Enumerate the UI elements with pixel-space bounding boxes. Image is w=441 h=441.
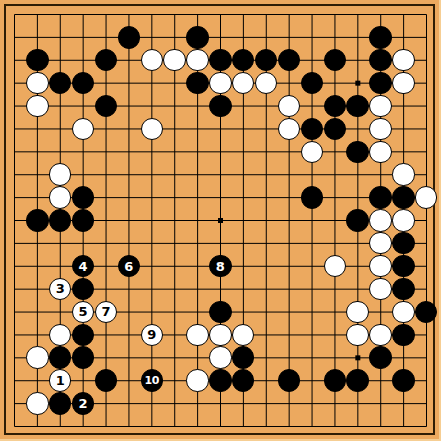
intersection-E4[interactable] bbox=[95, 346, 118, 369]
intersection-L6[interactable] bbox=[232, 300, 255, 323]
intersection-J10[interactable] bbox=[186, 209, 209, 232]
intersection-H4[interactable] bbox=[163, 346, 186, 369]
intersection-C3[interactable]: 1 bbox=[49, 369, 72, 392]
intersection-H1[interactable] bbox=[163, 415, 186, 438]
intersection-T2[interactable] bbox=[415, 392, 438, 415]
intersection-E3[interactable] bbox=[95, 369, 118, 392]
intersection-B3[interactable] bbox=[26, 369, 49, 392]
intersection-P13[interactable] bbox=[323, 140, 346, 163]
intersection-E17[interactable] bbox=[95, 49, 118, 72]
intersection-O14[interactable] bbox=[300, 117, 323, 140]
intersection-L10[interactable] bbox=[232, 209, 255, 232]
intersection-R7[interactable] bbox=[369, 278, 392, 301]
intersection-C9[interactable] bbox=[49, 232, 72, 255]
intersection-R19[interactable] bbox=[369, 3, 392, 26]
intersection-E1[interactable] bbox=[95, 415, 118, 438]
intersection-Q1[interactable] bbox=[346, 415, 369, 438]
intersection-J19[interactable] bbox=[186, 3, 209, 26]
intersection-S15[interactable] bbox=[392, 95, 415, 118]
intersection-R11[interactable] bbox=[369, 186, 392, 209]
intersection-C8[interactable] bbox=[49, 255, 72, 278]
intersection-O17[interactable] bbox=[300, 49, 323, 72]
intersection-S10[interactable] bbox=[392, 209, 415, 232]
intersection-J7[interactable] bbox=[186, 278, 209, 301]
intersection-B15[interactable] bbox=[26, 95, 49, 118]
intersection-K9[interactable] bbox=[209, 232, 232, 255]
intersection-A11[interactable] bbox=[3, 186, 26, 209]
intersection-D6[interactable]: 5 bbox=[72, 300, 95, 323]
intersection-E13[interactable] bbox=[95, 140, 118, 163]
intersection-C17[interactable] bbox=[49, 49, 72, 72]
intersection-C12[interactable] bbox=[49, 163, 72, 186]
intersection-G10[interactable] bbox=[140, 209, 163, 232]
intersection-D15[interactable] bbox=[72, 95, 95, 118]
intersection-Q9[interactable] bbox=[346, 232, 369, 255]
intersection-G14[interactable] bbox=[140, 117, 163, 140]
intersection-H8[interactable] bbox=[163, 255, 186, 278]
intersection-P8[interactable] bbox=[323, 255, 346, 278]
intersection-F6[interactable] bbox=[117, 300, 140, 323]
intersection-G6[interactable] bbox=[140, 300, 163, 323]
intersection-T10[interactable] bbox=[415, 209, 438, 232]
intersection-H5[interactable] bbox=[163, 323, 186, 346]
intersection-D7[interactable] bbox=[72, 278, 95, 301]
intersection-L9[interactable] bbox=[232, 232, 255, 255]
intersection-E18[interactable] bbox=[95, 26, 118, 49]
intersection-T18[interactable] bbox=[415, 26, 438, 49]
intersection-T1[interactable] bbox=[415, 415, 438, 438]
intersection-K3[interactable] bbox=[209, 369, 232, 392]
intersection-L5[interactable] bbox=[232, 323, 255, 346]
intersection-J11[interactable] bbox=[186, 186, 209, 209]
intersection-C7[interactable]: 3 bbox=[49, 278, 72, 301]
intersection-J6[interactable] bbox=[186, 300, 209, 323]
intersection-A4[interactable] bbox=[3, 346, 26, 369]
intersection-K10[interactable] bbox=[209, 209, 232, 232]
intersection-S14[interactable] bbox=[392, 117, 415, 140]
intersection-H11[interactable] bbox=[163, 186, 186, 209]
intersection-A9[interactable] bbox=[3, 232, 26, 255]
intersection-L11[interactable] bbox=[232, 186, 255, 209]
intersection-J15[interactable] bbox=[186, 95, 209, 118]
intersection-L18[interactable] bbox=[232, 26, 255, 49]
intersection-L8[interactable] bbox=[232, 255, 255, 278]
intersection-A2[interactable] bbox=[3, 392, 26, 415]
intersection-H6[interactable] bbox=[163, 300, 186, 323]
intersection-E8[interactable] bbox=[95, 255, 118, 278]
intersection-O5[interactable] bbox=[300, 323, 323, 346]
intersection-B1[interactable] bbox=[26, 415, 49, 438]
intersection-L13[interactable] bbox=[232, 140, 255, 163]
intersection-L14[interactable] bbox=[232, 117, 255, 140]
intersection-O10[interactable] bbox=[300, 209, 323, 232]
intersection-O13[interactable] bbox=[300, 140, 323, 163]
intersection-J9[interactable] bbox=[186, 232, 209, 255]
intersection-E5[interactable] bbox=[95, 323, 118, 346]
intersection-F10[interactable] bbox=[117, 209, 140, 232]
intersection-K5[interactable] bbox=[209, 323, 232, 346]
intersection-C14[interactable] bbox=[49, 117, 72, 140]
intersection-O8[interactable] bbox=[300, 255, 323, 278]
intersection-J16[interactable] bbox=[186, 72, 209, 95]
intersection-B17[interactable] bbox=[26, 49, 49, 72]
intersection-P5[interactable] bbox=[323, 323, 346, 346]
intersection-R13[interactable] bbox=[369, 140, 392, 163]
intersection-N7[interactable] bbox=[278, 278, 301, 301]
intersection-S3[interactable] bbox=[392, 369, 415, 392]
intersection-P1[interactable] bbox=[323, 415, 346, 438]
intersection-Q17[interactable] bbox=[346, 49, 369, 72]
intersection-K12[interactable] bbox=[209, 163, 232, 186]
intersection-B9[interactable] bbox=[26, 232, 49, 255]
intersection-F11[interactable] bbox=[117, 186, 140, 209]
intersection-B8[interactable] bbox=[26, 255, 49, 278]
intersection-S16[interactable] bbox=[392, 72, 415, 95]
intersection-T7[interactable] bbox=[415, 278, 438, 301]
intersection-G13[interactable] bbox=[140, 140, 163, 163]
intersection-B5[interactable] bbox=[26, 323, 49, 346]
intersection-A17[interactable] bbox=[3, 49, 26, 72]
intersection-H2[interactable] bbox=[163, 392, 186, 415]
intersection-Q11[interactable] bbox=[346, 186, 369, 209]
intersection-D13[interactable] bbox=[72, 140, 95, 163]
intersection-H10[interactable] bbox=[163, 209, 186, 232]
intersection-J18[interactable] bbox=[186, 26, 209, 49]
intersection-D14[interactable] bbox=[72, 117, 95, 140]
intersection-N4[interactable] bbox=[278, 346, 301, 369]
intersection-J8[interactable] bbox=[186, 255, 209, 278]
intersection-D17[interactable] bbox=[72, 49, 95, 72]
intersection-F9[interactable] bbox=[117, 232, 140, 255]
intersection-P2[interactable] bbox=[323, 392, 346, 415]
intersection-R3[interactable] bbox=[369, 369, 392, 392]
intersection-E2[interactable] bbox=[95, 392, 118, 415]
intersection-B13[interactable] bbox=[26, 140, 49, 163]
intersection-H3[interactable] bbox=[163, 369, 186, 392]
intersection-H9[interactable] bbox=[163, 232, 186, 255]
intersection-J5[interactable] bbox=[186, 323, 209, 346]
intersection-G4[interactable] bbox=[140, 346, 163, 369]
intersection-R2[interactable] bbox=[369, 392, 392, 415]
intersection-R8[interactable] bbox=[369, 255, 392, 278]
intersection-J1[interactable] bbox=[186, 415, 209, 438]
intersection-L7[interactable] bbox=[232, 278, 255, 301]
intersection-P9[interactable] bbox=[323, 232, 346, 255]
intersection-T17[interactable] bbox=[415, 49, 438, 72]
intersection-D4[interactable] bbox=[72, 346, 95, 369]
intersection-O1[interactable] bbox=[300, 415, 323, 438]
intersection-S4[interactable] bbox=[392, 346, 415, 369]
intersection-L12[interactable] bbox=[232, 163, 255, 186]
intersection-M8[interactable] bbox=[255, 255, 278, 278]
intersection-J14[interactable] bbox=[186, 117, 209, 140]
intersection-K2[interactable] bbox=[209, 392, 232, 415]
intersection-M10[interactable] bbox=[255, 209, 278, 232]
intersection-S12[interactable] bbox=[392, 163, 415, 186]
intersection-C4[interactable] bbox=[49, 346, 72, 369]
intersection-F5[interactable] bbox=[117, 323, 140, 346]
intersection-Q18[interactable] bbox=[346, 26, 369, 49]
intersection-Q16[interactable] bbox=[346, 72, 369, 95]
intersection-H12[interactable] bbox=[163, 163, 186, 186]
intersection-N17[interactable] bbox=[278, 49, 301, 72]
intersection-M18[interactable] bbox=[255, 26, 278, 49]
intersection-N5[interactable] bbox=[278, 323, 301, 346]
intersection-P11[interactable] bbox=[323, 186, 346, 209]
intersection-H13[interactable] bbox=[163, 140, 186, 163]
intersection-D10[interactable] bbox=[72, 209, 95, 232]
intersection-O19[interactable] bbox=[300, 3, 323, 26]
intersection-T3[interactable] bbox=[415, 369, 438, 392]
intersection-B7[interactable] bbox=[26, 278, 49, 301]
intersection-M6[interactable] bbox=[255, 300, 278, 323]
intersection-E16[interactable] bbox=[95, 72, 118, 95]
intersection-K8[interactable]: 8 bbox=[209, 255, 232, 278]
intersection-F12[interactable] bbox=[117, 163, 140, 186]
intersection-Q4[interactable] bbox=[346, 346, 369, 369]
intersection-A5[interactable] bbox=[3, 323, 26, 346]
intersection-D12[interactable] bbox=[72, 163, 95, 186]
intersection-K14[interactable] bbox=[209, 117, 232, 140]
intersection-K6[interactable] bbox=[209, 300, 232, 323]
intersection-O18[interactable] bbox=[300, 26, 323, 49]
intersection-C10[interactable] bbox=[49, 209, 72, 232]
intersection-A10[interactable] bbox=[3, 209, 26, 232]
intersection-K4[interactable] bbox=[209, 346, 232, 369]
intersection-M1[interactable] bbox=[255, 415, 278, 438]
intersection-C19[interactable] bbox=[49, 3, 72, 26]
intersection-T8[interactable] bbox=[415, 255, 438, 278]
intersection-K15[interactable] bbox=[209, 95, 232, 118]
intersection-M2[interactable] bbox=[255, 392, 278, 415]
intersection-N10[interactable] bbox=[278, 209, 301, 232]
intersection-M12[interactable] bbox=[255, 163, 278, 186]
intersection-G12[interactable] bbox=[140, 163, 163, 186]
intersection-T11[interactable] bbox=[415, 186, 438, 209]
intersection-P4[interactable] bbox=[323, 346, 346, 369]
intersection-O15[interactable] bbox=[300, 95, 323, 118]
intersection-O16[interactable] bbox=[300, 72, 323, 95]
intersection-F2[interactable] bbox=[117, 392, 140, 415]
intersection-L1[interactable] bbox=[232, 415, 255, 438]
intersection-L15[interactable] bbox=[232, 95, 255, 118]
intersection-R4[interactable] bbox=[369, 346, 392, 369]
intersection-S8[interactable] bbox=[392, 255, 415, 278]
intersection-L2[interactable] bbox=[232, 392, 255, 415]
intersection-G17[interactable] bbox=[140, 49, 163, 72]
intersection-Q14[interactable] bbox=[346, 117, 369, 140]
intersection-P18[interactable] bbox=[323, 26, 346, 49]
intersection-H7[interactable] bbox=[163, 278, 186, 301]
intersection-O3[interactable] bbox=[300, 369, 323, 392]
intersection-T5[interactable] bbox=[415, 323, 438, 346]
intersection-M5[interactable] bbox=[255, 323, 278, 346]
intersection-K16[interactable] bbox=[209, 72, 232, 95]
intersection-E10[interactable] bbox=[95, 209, 118, 232]
intersection-N19[interactable] bbox=[278, 3, 301, 26]
intersection-B14[interactable] bbox=[26, 117, 49, 140]
intersection-R16[interactable] bbox=[369, 72, 392, 95]
intersection-A8[interactable] bbox=[3, 255, 26, 278]
intersection-O12[interactable] bbox=[300, 163, 323, 186]
intersection-O4[interactable] bbox=[300, 346, 323, 369]
intersection-N14[interactable] bbox=[278, 117, 301, 140]
intersection-D8[interactable]: 4 bbox=[72, 255, 95, 278]
intersection-Q13[interactable] bbox=[346, 140, 369, 163]
intersection-G8[interactable] bbox=[140, 255, 163, 278]
intersection-D11[interactable] bbox=[72, 186, 95, 209]
intersection-G3[interactable]: 10 bbox=[140, 369, 163, 392]
intersection-T12[interactable] bbox=[415, 163, 438, 186]
intersection-O7[interactable] bbox=[300, 278, 323, 301]
intersection-T14[interactable] bbox=[415, 117, 438, 140]
intersection-B19[interactable] bbox=[26, 3, 49, 26]
intersection-H19[interactable] bbox=[163, 3, 186, 26]
intersection-S11[interactable] bbox=[392, 186, 415, 209]
intersection-S7[interactable] bbox=[392, 278, 415, 301]
intersection-S1[interactable] bbox=[392, 415, 415, 438]
intersection-A1[interactable] bbox=[3, 415, 26, 438]
intersection-T9[interactable] bbox=[415, 232, 438, 255]
intersection-F15[interactable] bbox=[117, 95, 140, 118]
intersection-R17[interactable] bbox=[369, 49, 392, 72]
intersection-D9[interactable] bbox=[72, 232, 95, 255]
intersection-B16[interactable] bbox=[26, 72, 49, 95]
intersection-T15[interactable] bbox=[415, 95, 438, 118]
intersection-R12[interactable] bbox=[369, 163, 392, 186]
intersection-M11[interactable] bbox=[255, 186, 278, 209]
intersection-A16[interactable] bbox=[3, 72, 26, 95]
intersection-F19[interactable] bbox=[117, 3, 140, 26]
intersection-G7[interactable] bbox=[140, 278, 163, 301]
intersection-J17[interactable] bbox=[186, 49, 209, 72]
intersection-G11[interactable] bbox=[140, 186, 163, 209]
intersection-O2[interactable] bbox=[300, 392, 323, 415]
intersection-G5[interactable]: 9 bbox=[140, 323, 163, 346]
intersection-P17[interactable] bbox=[323, 49, 346, 72]
intersection-P3[interactable] bbox=[323, 369, 346, 392]
intersection-T4[interactable] bbox=[415, 346, 438, 369]
intersection-J12[interactable] bbox=[186, 163, 209, 186]
intersection-C5[interactable] bbox=[49, 323, 72, 346]
intersection-C13[interactable] bbox=[49, 140, 72, 163]
intersection-S5[interactable] bbox=[392, 323, 415, 346]
intersection-R1[interactable] bbox=[369, 415, 392, 438]
intersection-F8[interactable]: 6 bbox=[117, 255, 140, 278]
intersection-J13[interactable] bbox=[186, 140, 209, 163]
intersection-R10[interactable] bbox=[369, 209, 392, 232]
intersection-R15[interactable] bbox=[369, 95, 392, 118]
intersection-A3[interactable] bbox=[3, 369, 26, 392]
intersection-S2[interactable] bbox=[392, 392, 415, 415]
intersection-N11[interactable] bbox=[278, 186, 301, 209]
intersection-F3[interactable] bbox=[117, 369, 140, 392]
intersection-E7[interactable] bbox=[95, 278, 118, 301]
intersection-N6[interactable] bbox=[278, 300, 301, 323]
intersection-L3[interactable] bbox=[232, 369, 255, 392]
intersection-C11[interactable] bbox=[49, 186, 72, 209]
intersection-E6[interactable]: 7 bbox=[95, 300, 118, 323]
intersection-N15[interactable] bbox=[278, 95, 301, 118]
intersection-N16[interactable] bbox=[278, 72, 301, 95]
intersection-B11[interactable] bbox=[26, 186, 49, 209]
intersection-S6[interactable] bbox=[392, 300, 415, 323]
intersection-K18[interactable] bbox=[209, 26, 232, 49]
intersection-P7[interactable] bbox=[323, 278, 346, 301]
intersection-N2[interactable] bbox=[278, 392, 301, 415]
intersection-N8[interactable] bbox=[278, 255, 301, 278]
intersection-B6[interactable] bbox=[26, 300, 49, 323]
intersection-O9[interactable] bbox=[300, 232, 323, 255]
intersection-M19[interactable] bbox=[255, 3, 278, 26]
intersection-S19[interactable] bbox=[392, 3, 415, 26]
intersection-H18[interactable] bbox=[163, 26, 186, 49]
intersection-H15[interactable] bbox=[163, 95, 186, 118]
intersection-P15[interactable] bbox=[323, 95, 346, 118]
intersection-P12[interactable] bbox=[323, 163, 346, 186]
intersection-L16[interactable] bbox=[232, 72, 255, 95]
intersection-P10[interactable] bbox=[323, 209, 346, 232]
intersection-J3[interactable] bbox=[186, 369, 209, 392]
intersection-L4[interactable] bbox=[232, 346, 255, 369]
intersection-T13[interactable] bbox=[415, 140, 438, 163]
intersection-L17[interactable] bbox=[232, 49, 255, 72]
intersection-N9[interactable] bbox=[278, 232, 301, 255]
intersection-S9[interactable] bbox=[392, 232, 415, 255]
intersection-A6[interactable] bbox=[3, 300, 26, 323]
intersection-G16[interactable] bbox=[140, 72, 163, 95]
intersection-R5[interactable] bbox=[369, 323, 392, 346]
intersection-E15[interactable] bbox=[95, 95, 118, 118]
intersection-F14[interactable] bbox=[117, 117, 140, 140]
intersection-M4[interactable] bbox=[255, 346, 278, 369]
intersection-D3[interactable] bbox=[72, 369, 95, 392]
intersection-C6[interactable] bbox=[49, 300, 72, 323]
intersection-K1[interactable] bbox=[209, 415, 232, 438]
intersection-H16[interactable] bbox=[163, 72, 186, 95]
intersection-F13[interactable] bbox=[117, 140, 140, 163]
intersection-Q12[interactable] bbox=[346, 163, 369, 186]
intersection-K11[interactable] bbox=[209, 186, 232, 209]
intersection-C18[interactable] bbox=[49, 26, 72, 49]
intersection-G15[interactable] bbox=[140, 95, 163, 118]
intersection-F7[interactable] bbox=[117, 278, 140, 301]
intersection-P6[interactable] bbox=[323, 300, 346, 323]
intersection-J4[interactable] bbox=[186, 346, 209, 369]
intersection-G1[interactable] bbox=[140, 415, 163, 438]
intersection-H17[interactable] bbox=[163, 49, 186, 72]
intersection-C1[interactable] bbox=[49, 415, 72, 438]
intersection-T6[interactable] bbox=[415, 300, 438, 323]
intersection-R14[interactable] bbox=[369, 117, 392, 140]
intersection-D16[interactable] bbox=[72, 72, 95, 95]
intersection-G2[interactable] bbox=[140, 392, 163, 415]
intersection-C16[interactable] bbox=[49, 72, 72, 95]
intersection-P16[interactable] bbox=[323, 72, 346, 95]
intersection-P19[interactable] bbox=[323, 3, 346, 26]
intersection-Q15[interactable] bbox=[346, 95, 369, 118]
intersection-D18[interactable] bbox=[72, 26, 95, 49]
intersection-N1[interactable] bbox=[278, 415, 301, 438]
intersection-M16[interactable] bbox=[255, 72, 278, 95]
intersection-C15[interactable] bbox=[49, 95, 72, 118]
intersection-G9[interactable] bbox=[140, 232, 163, 255]
intersection-Q8[interactable] bbox=[346, 255, 369, 278]
intersection-M7[interactable] bbox=[255, 278, 278, 301]
intersection-M14[interactable] bbox=[255, 117, 278, 140]
intersection-F16[interactable] bbox=[117, 72, 140, 95]
intersection-M15[interactable] bbox=[255, 95, 278, 118]
